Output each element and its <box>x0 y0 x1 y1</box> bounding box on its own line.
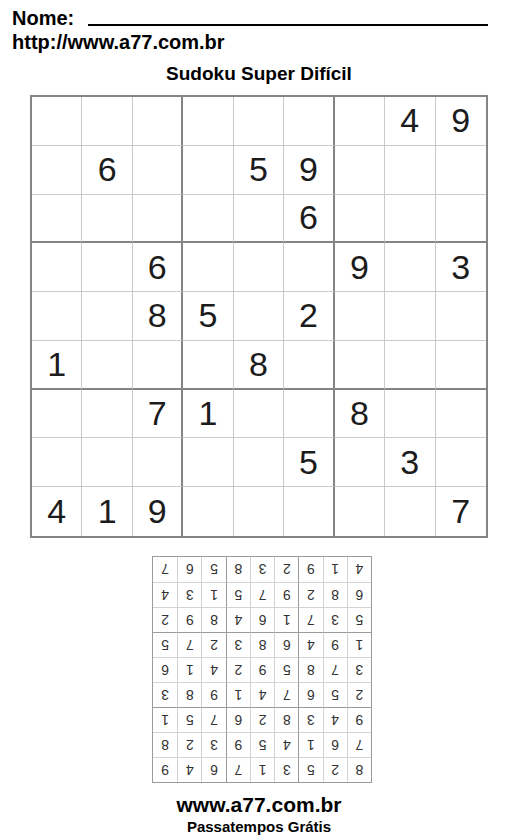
puzzle-cell-r1c9: 9 <box>436 97 486 146</box>
puzzle-cell-r9c3: 9 <box>133 487 183 536</box>
solution-cell-r8c7: 1 <box>201 582 225 607</box>
puzzle-cell-r1c6[interactable] <box>284 97 334 146</box>
solution-cell-r7c5: 6 <box>250 607 274 632</box>
puzzle-cell-r4c1[interactable] <box>32 243 82 292</box>
solution-cell-r8c3: 2 <box>298 582 322 607</box>
solution-cell-r1c4: 3 <box>274 757 298 782</box>
puzzle-cell-r3c6: 6 <box>284 195 334 244</box>
puzzle-cell-r7c6[interactable] <box>284 390 334 439</box>
solution-cell-r4c8: 8 <box>177 682 201 707</box>
solution-cell-r4c5: 4 <box>250 682 274 707</box>
solution-cell-r4c2: 5 <box>323 682 347 707</box>
sudoku-solution-grid-upside-down: 8253176497614593289438267512567419833785… <box>152 556 372 783</box>
puzzle-cell-r4c7: 9 <box>335 243 385 292</box>
solution-cell-r3c4: 8 <box>274 707 298 732</box>
name-label: Nome: <box>12 7 74 30</box>
site-url: http://www.a77.com.br <box>12 31 225 54</box>
puzzle-cell-r2c3[interactable] <box>133 146 183 195</box>
puzzle-cell-r5c5[interactable] <box>234 292 284 341</box>
solution-cell-r5c9: 6 <box>153 657 177 682</box>
solution-cell-r6c4: 6 <box>274 632 298 657</box>
puzzle-cell-r7c1[interactable] <box>32 390 82 439</box>
puzzle-cell-r4c2[interactable] <box>82 243 132 292</box>
solution-cell-r2c7: 3 <box>201 732 225 757</box>
puzzle-cell-r2c2: 6 <box>82 146 132 195</box>
solution-cell-r3c5: 2 <box>250 707 274 732</box>
solution-cell-r1c2: 2 <box>323 757 347 782</box>
puzzle-cell-r9c6[interactable] <box>284 487 334 536</box>
solution-cell-r2c3: 1 <box>298 732 322 757</box>
puzzle-cell-r1c4[interactable] <box>183 97 233 146</box>
puzzle-cell-r5c6: 2 <box>284 292 334 341</box>
puzzle-cell-r1c2[interactable] <box>82 97 132 146</box>
solution-cell-r3c8: 5 <box>177 707 201 732</box>
solution-cell-r1c9: 9 <box>153 757 177 782</box>
puzzle-cell-r8c6: 5 <box>284 438 334 487</box>
puzzle-cell-r2c1[interactable] <box>32 146 82 195</box>
puzzle-cell-r6c8[interactable] <box>385 341 435 390</box>
puzzle-cell-r4c5[interactable] <box>234 243 284 292</box>
solution-cell-r6c8: 7 <box>177 632 201 657</box>
puzzle-cell-r9c4[interactable] <box>183 487 233 536</box>
page-title: Sudoku Super Difícil <box>0 63 518 85</box>
puzzle-cell-r6c3[interactable] <box>133 341 183 390</box>
puzzle-cell-r8c8: 3 <box>385 438 435 487</box>
puzzle-cell-r2c8[interactable] <box>385 146 435 195</box>
puzzle-cell-r8c5[interactable] <box>234 438 284 487</box>
sudoku-puzzle-grid: 49659669385218718534197 <box>30 95 488 538</box>
puzzle-cell-r8c9[interactable] <box>436 438 486 487</box>
puzzle-cell-r3c2[interactable] <box>82 195 132 244</box>
puzzle-cell-r9c2: 1 <box>82 487 132 536</box>
puzzle-cell-r7c8[interactable] <box>385 390 435 439</box>
solution-cell-r5c6: 2 <box>226 657 250 682</box>
solution-cell-r7c2: 3 <box>323 607 347 632</box>
solution-cell-r3c7: 7 <box>201 707 225 732</box>
puzzle-cell-r6c5: 8 <box>234 341 284 390</box>
puzzle-cell-r1c7[interactable] <box>335 97 385 146</box>
solution-cell-r2c4: 4 <box>274 732 298 757</box>
solution-cell-r8c2: 8 <box>323 582 347 607</box>
puzzle-cell-r3c5[interactable] <box>234 195 284 244</box>
puzzle-cell-r9c7[interactable] <box>335 487 385 536</box>
solution-cell-r9c5: 3 <box>250 557 274 582</box>
puzzle-cell-r5c9[interactable] <box>436 292 486 341</box>
solution-cell-r2c1: 7 <box>347 732 371 757</box>
puzzle-cell-r5c8[interactable] <box>385 292 435 341</box>
solution-cell-r9c7: 5 <box>201 557 225 582</box>
solution-cell-r9c6: 8 <box>226 557 250 582</box>
solution-cell-r4c7: 9 <box>201 682 225 707</box>
puzzle-cell-r2c7[interactable] <box>335 146 385 195</box>
puzzle-cell-r5c7[interactable] <box>335 292 385 341</box>
solution-cell-r7c3: 7 <box>298 607 322 632</box>
solution-cell-r4c9: 3 <box>153 682 177 707</box>
solution-cell-r9c4: 2 <box>274 557 298 582</box>
puzzle-cell-r6c6[interactable] <box>284 341 334 390</box>
solution-cell-r5c3: 8 <box>298 657 322 682</box>
puzzle-cell-r7c3: 7 <box>133 390 183 439</box>
solution-cell-r9c2: 1 <box>323 557 347 582</box>
puzzle-cell-r3c8[interactable] <box>385 195 435 244</box>
puzzle-cell-r3c1[interactable] <box>32 195 82 244</box>
solution-cell-r7c7: 8 <box>201 607 225 632</box>
puzzle-cell-r7c9[interactable] <box>436 390 486 439</box>
puzzle-cell-r4c3: 6 <box>133 243 183 292</box>
puzzle-cell-r3c7[interactable] <box>335 195 385 244</box>
puzzle-cell-r1c1[interactable] <box>32 97 82 146</box>
puzzle-cell-r4c9: 3 <box>436 243 486 292</box>
solution-cell-r6c5: 8 <box>250 632 274 657</box>
puzzle-cell-r6c7[interactable] <box>335 341 385 390</box>
puzzle-cell-r8c2[interactable] <box>82 438 132 487</box>
puzzle-cell-r8c1[interactable] <box>32 438 82 487</box>
solution-cell-r2c5: 5 <box>250 732 274 757</box>
puzzle-cell-r1c8: 4 <box>385 97 435 146</box>
solution-cell-r8c5: 7 <box>250 582 274 607</box>
solution-cell-r3c3: 3 <box>298 707 322 732</box>
puzzle-cell-r8c4[interactable] <box>183 438 233 487</box>
solution-cell-r2c8: 2 <box>177 732 201 757</box>
solution-cell-r5c1: 3 <box>347 657 371 682</box>
puzzle-cell-r5c3: 8 <box>133 292 183 341</box>
solution-cell-r1c3: 5 <box>298 757 322 782</box>
solution-cell-r3c6: 6 <box>226 707 250 732</box>
solution-cell-r6c7: 2 <box>201 632 225 657</box>
solution-cell-r5c5: 9 <box>250 657 274 682</box>
puzzle-cell-r7c5[interactable] <box>234 390 284 439</box>
solution-cell-r5c2: 7 <box>323 657 347 682</box>
solution-cell-r7c9: 2 <box>153 607 177 632</box>
puzzle-cell-r9c9: 7 <box>436 487 486 536</box>
solution-cell-r5c7: 4 <box>201 657 225 682</box>
solution-cell-r7c6: 4 <box>226 607 250 632</box>
solution-cell-r8c8: 3 <box>177 582 201 607</box>
solution-cell-r5c8: 1 <box>177 657 201 682</box>
printable-sudoku-page: Nome: http://www.a77.com.br Sudoku Super… <box>0 0 518 840</box>
solution-cell-r7c4: 1 <box>274 607 298 632</box>
puzzle-cell-r6c9[interactable] <box>436 341 486 390</box>
solution-cell-r6c2: 9 <box>323 632 347 657</box>
puzzle-cell-r8c7[interactable] <box>335 438 385 487</box>
footer-site: www.a77.com.br <box>0 793 518 817</box>
solution-cell-r2c9: 8 <box>153 732 177 757</box>
solution-cell-r4c3: 6 <box>298 682 322 707</box>
solution-cell-r7c8: 9 <box>177 607 201 632</box>
puzzle-cell-r5c1[interactable] <box>32 292 82 341</box>
solution-cell-r1c7: 6 <box>201 757 225 782</box>
puzzle-cell-r5c2[interactable] <box>82 292 132 341</box>
solution-cell-r6c9: 5 <box>153 632 177 657</box>
solution-cell-r8c6: 5 <box>226 582 250 607</box>
puzzle-cell-r1c3[interactable] <box>133 97 183 146</box>
puzzle-cell-r7c7: 8 <box>335 390 385 439</box>
puzzle-cell-r3c3[interactable] <box>133 195 183 244</box>
solution-cell-r2c6: 9 <box>226 732 250 757</box>
solution-cell-r5c4: 5 <box>274 657 298 682</box>
solution-cell-r6c1: 1 <box>347 632 371 657</box>
solution-cell-r3c9: 1 <box>153 707 177 732</box>
solution-cell-r6c6: 3 <box>226 632 250 657</box>
solution-cell-r4c6: 1 <box>226 682 250 707</box>
solution-cell-r9c3: 9 <box>298 557 322 582</box>
solution-cell-r6c3: 4 <box>298 632 322 657</box>
solution-cell-r4c4: 7 <box>274 682 298 707</box>
puzzle-cell-r1c5[interactable] <box>234 97 284 146</box>
solution-cell-r3c1: 9 <box>347 707 371 732</box>
solution-cell-r9c8: 6 <box>177 557 201 582</box>
puzzle-cell-r5c4: 5 <box>183 292 233 341</box>
solution-cell-r8c4: 9 <box>274 582 298 607</box>
solution-cell-r7c1: 5 <box>347 607 371 632</box>
solution-cell-r4c1: 2 <box>347 682 371 707</box>
puzzle-cell-r3c9[interactable] <box>436 195 486 244</box>
puzzle-cell-r7c2[interactable] <box>82 390 132 439</box>
puzzle-cell-r6c2[interactable] <box>82 341 132 390</box>
puzzle-cell-r3c4[interactable] <box>183 195 233 244</box>
puzzle-cell-r2c6: 9 <box>284 146 334 195</box>
puzzle-cell-r6c4[interactable] <box>183 341 233 390</box>
puzzle-cell-r4c8[interactable] <box>385 243 435 292</box>
puzzle-cell-r4c4[interactable] <box>183 243 233 292</box>
puzzle-cell-r6c1: 1 <box>32 341 82 390</box>
solution-cell-r9c1: 4 <box>347 557 371 582</box>
puzzle-cell-r9c8[interactable] <box>385 487 435 536</box>
footer-tagline: Passatempos Grátis <box>0 818 518 835</box>
solution-cell-r3c2: 4 <box>323 707 347 732</box>
solution-cell-r1c8: 4 <box>177 757 201 782</box>
puzzle-cell-r2c5: 5 <box>234 146 284 195</box>
solution-cell-r1c1: 8 <box>347 757 371 782</box>
name-input-line[interactable] <box>88 9 488 26</box>
puzzle-cell-r7c4: 1 <box>183 390 233 439</box>
solution-cell-r2c2: 6 <box>323 732 347 757</box>
solution-cell-r1c5: 1 <box>250 757 274 782</box>
solution-cell-r1c6: 7 <box>226 757 250 782</box>
puzzle-cell-r2c9[interactable] <box>436 146 486 195</box>
solution-cell-r8c1: 6 <box>347 582 371 607</box>
puzzle-cell-r9c1: 4 <box>32 487 82 536</box>
puzzle-cell-r4c6[interactable] <box>284 243 334 292</box>
solution-cell-r9c9: 7 <box>153 557 177 582</box>
puzzle-cell-r9c5[interactable] <box>234 487 284 536</box>
puzzle-cell-r2c4[interactable] <box>183 146 233 195</box>
puzzle-cell-r8c3[interactable] <box>133 438 183 487</box>
solution-cell-r8c9: 4 <box>153 582 177 607</box>
